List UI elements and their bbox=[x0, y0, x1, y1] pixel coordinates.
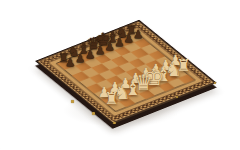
brass-hinge bbox=[71, 100, 74, 103]
brass-hinge bbox=[92, 112, 95, 115]
brass-hinge bbox=[113, 122, 116, 124]
brass-clasp bbox=[214, 82, 216, 84]
chess-set-photo: ♜♞♝♛♚♝♞♜♟♟♟♟♟♟♟♟♟♟♟♟♟♟♟♟♜♞♝♛♚♝♞♜ bbox=[0, 0, 240, 150]
brass-clasp bbox=[176, 96, 178, 98]
